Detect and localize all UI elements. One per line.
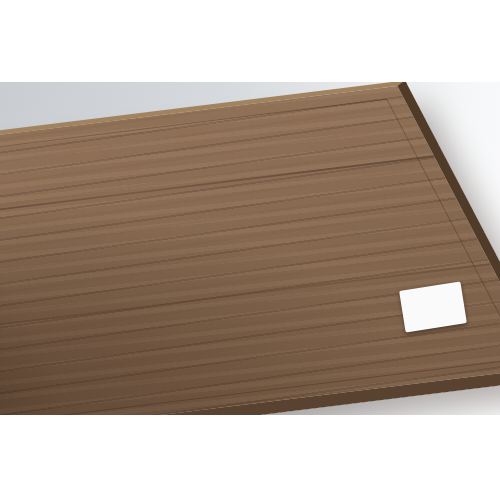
photo-area — [0, 82, 500, 415]
letterbox-top — [0, 0, 500, 82]
wooden-marbles-board — [0, 82, 500, 415]
auction-photo — [0, 0, 500, 500]
letterbox-bottom — [0, 415, 500, 500]
board-edge-groove — [0, 99, 500, 415]
